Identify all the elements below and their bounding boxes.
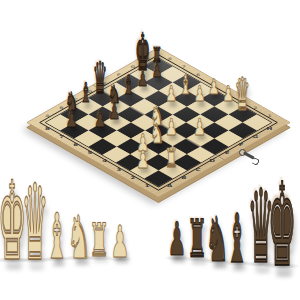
dark-bishop: ♝: [226, 205, 248, 273]
light-pawn: ♟: [111, 221, 130, 265]
coordinate-label: A: [167, 183, 172, 187]
dark-pawn: ♟: [168, 218, 187, 264]
coordinate-label: H: [266, 126, 272, 130]
coordinate-label-far: A: [45, 114, 50, 117]
coordinate-label: 8: [45, 126, 50, 130]
dark-pawn: ♟: [152, 61, 163, 81]
dark-pawn: ♟: [94, 108, 106, 131]
coordinate-label-far: 8: [167, 57, 171, 60]
light-pawn: ♟: [208, 77, 219, 98]
coordinate-label: 3: [116, 167, 121, 171]
dark-queen: ♛: [93, 58, 108, 102]
coordinate-label: D: [209, 159, 215, 163]
coordinate-label: F: [238, 143, 243, 147]
light-rook: ♜: [89, 218, 110, 264]
chess-set-product-photo: AABBCCDDEEFFGGHH1122334455667788 ♞♝♛♚♜♟♞…: [0, 0, 300, 300]
coordinate-label: 4: [102, 159, 107, 163]
dark-pawn: ♟: [137, 69, 148, 90]
light-queen: ♛: [235, 73, 250, 119]
coordinate-label-far: 7: [181, 65, 185, 68]
coordinate-label: B: [181, 175, 186, 179]
coordinate-label: 7: [59, 135, 64, 139]
dark-king: ♚: [268, 168, 297, 283]
dark-pawn: ♟: [66, 108, 78, 131]
coordinate-label: E: [224, 151, 229, 155]
coordinate-label: C: [195, 167, 200, 171]
light-pawn: ♟: [165, 116, 177, 139]
light-bishop: ♝: [46, 206, 68, 269]
light-bishop: ♝: [179, 72, 191, 99]
coordinate-label: 1: [144, 183, 149, 187]
coordinate-label-far: 2: [253, 106, 257, 109]
clasp-tip-icon: [251, 157, 260, 166]
dark-pawn: ♟: [108, 100, 120, 122]
coordinate-label-far: F: [116, 73, 120, 76]
coordinate-label-far: 1: [267, 114, 271, 117]
coordinate-label-far: B: [59, 106, 64, 109]
light-queen: ♛: [22, 171, 49, 276]
coordinate-label: G: [252, 135, 258, 139]
coordinate-label: 5: [87, 151, 92, 155]
light-knight: ♞: [67, 207, 91, 266]
dark-bishop: ♝: [80, 80, 92, 107]
light-rook: ♜: [165, 146, 178, 172]
coordinate-label: 2: [130, 175, 135, 179]
light-knight: ♞: [150, 120, 164, 147]
coordinate-label: 6: [73, 143, 78, 147]
light-pawn: ♟: [166, 85, 177, 107]
light-pawn: ♟: [222, 85, 233, 107]
dark-bishop: ♝: [123, 72, 135, 99]
light-pawn: ♟: [136, 147, 149, 172]
coordinate-label-far: 6: [196, 73, 200, 76]
light-pawn: ♟: [194, 116, 206, 139]
light-pawn: ♟: [194, 85, 205, 107]
